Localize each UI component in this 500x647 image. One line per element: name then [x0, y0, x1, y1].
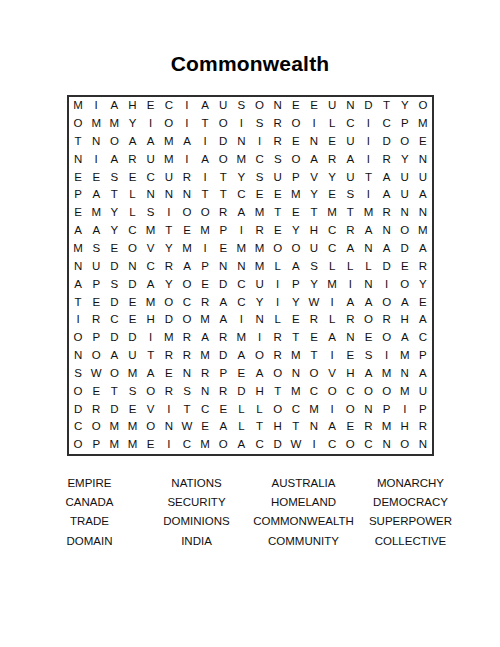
- grid-cell[interactable]: O: [123, 240, 141, 258]
- grid-cell[interactable]: U: [414, 168, 432, 186]
- grid-cell[interactable]: C: [178, 293, 196, 311]
- grid-cell[interactable]: C: [178, 436, 196, 454]
- grid-cell[interactable]: H: [341, 365, 359, 383]
- grid-cell[interactable]: A: [105, 347, 123, 365]
- grid-cell[interactable]: D: [214, 133, 232, 151]
- grid-cell[interactable]: N: [414, 436, 432, 454]
- grid-cell[interactable]: O: [378, 383, 396, 401]
- grid-cell[interactable]: A: [414, 365, 432, 383]
- grid-cell[interactable]: L: [323, 115, 341, 133]
- grid-cell[interactable]: I: [323, 293, 341, 311]
- grid-cell[interactable]: A: [142, 133, 160, 151]
- grid-cell[interactable]: N: [69, 347, 87, 365]
- grid-cell[interactable]: R: [160, 347, 178, 365]
- grid-cell[interactable]: A: [178, 258, 196, 276]
- grid-cell[interactable]: M: [160, 329, 178, 347]
- grid-cell[interactable]: C: [123, 222, 141, 240]
- grid-cell[interactable]: M: [87, 115, 105, 133]
- grid-cell[interactable]: N: [178, 186, 196, 204]
- grid-cell[interactable]: V: [305, 168, 323, 186]
- grid-cell[interactable]: U: [269, 168, 287, 186]
- grid-cell[interactable]: O: [69, 436, 87, 454]
- grid-cell[interactable]: I: [378, 347, 396, 365]
- grid-cell[interactable]: N: [359, 240, 377, 258]
- grid-cell[interactable]: O: [305, 365, 323, 383]
- grid-cell[interactable]: D: [123, 276, 141, 294]
- grid-cell[interactable]: N: [396, 365, 414, 383]
- grid-cell[interactable]: M: [196, 311, 214, 329]
- grid-cell[interactable]: H: [269, 418, 287, 436]
- grid-cell[interactable]: I: [178, 97, 196, 115]
- grid-cell[interactable]: T: [305, 347, 323, 365]
- grid-cell[interactable]: T: [359, 168, 377, 186]
- grid-cell[interactable]: A: [341, 293, 359, 311]
- grid-cell[interactable]: D: [105, 400, 123, 418]
- grid-cell[interactable]: O: [105, 133, 123, 151]
- grid-cell[interactable]: N: [414, 204, 432, 222]
- grid-cell[interactable]: A: [378, 168, 396, 186]
- grid-cell[interactable]: O: [160, 293, 178, 311]
- grid-cell[interactable]: O: [414, 97, 432, 115]
- grid-cell[interactable]: E: [160, 365, 178, 383]
- grid-cell[interactable]: I: [359, 151, 377, 169]
- grid-cell[interactable]: D: [269, 436, 287, 454]
- grid-cell[interactable]: E: [305, 97, 323, 115]
- grid-cell[interactable]: R: [378, 151, 396, 169]
- grid-cell[interactable]: M: [414, 222, 432, 240]
- grid-cell[interactable]: T: [341, 204, 359, 222]
- grid-cell[interactable]: O: [287, 151, 305, 169]
- grid-cell[interactable]: I: [269, 293, 287, 311]
- grid-cell[interactable]: U: [396, 186, 414, 204]
- grid-cell[interactable]: O: [250, 97, 268, 115]
- grid-cell[interactable]: M: [123, 436, 141, 454]
- grid-cell[interactable]: C: [142, 258, 160, 276]
- grid-cell[interactable]: U: [396, 168, 414, 186]
- grid-cell[interactable]: I: [160, 204, 178, 222]
- grid-cell[interactable]: M: [250, 204, 268, 222]
- grid-cell[interactable]: D: [105, 258, 123, 276]
- grid-cell[interactable]: T: [69, 293, 87, 311]
- grid-cell[interactable]: N: [214, 258, 232, 276]
- grid-cell[interactable]: R: [414, 258, 432, 276]
- grid-cell[interactable]: A: [105, 151, 123, 169]
- grid-cell[interactable]: E: [414, 133, 432, 151]
- grid-cell[interactable]: O: [178, 276, 196, 294]
- grid-cell[interactable]: O: [69, 115, 87, 133]
- grid-cell[interactable]: O: [287, 115, 305, 133]
- grid-cell[interactable]: O: [396, 276, 414, 294]
- grid-cell[interactable]: M: [359, 204, 377, 222]
- grid-cell[interactable]: O: [269, 400, 287, 418]
- grid-cell[interactable]: N: [196, 383, 214, 401]
- grid-cell[interactable]: O: [378, 293, 396, 311]
- grid-cell[interactable]: E: [287, 133, 305, 151]
- grid-cell[interactable]: N: [160, 186, 178, 204]
- grid-cell[interactable]: C: [414, 329, 432, 347]
- grid-cell[interactable]: N: [69, 151, 87, 169]
- grid-cell[interactable]: N: [232, 258, 250, 276]
- grid-cell[interactable]: E: [269, 186, 287, 204]
- grid-cell[interactable]: A: [232, 347, 250, 365]
- grid-cell[interactable]: L: [341, 258, 359, 276]
- grid-cell[interactable]: R: [196, 293, 214, 311]
- grid-cell[interactable]: A: [123, 133, 141, 151]
- grid-cell[interactable]: M: [378, 365, 396, 383]
- grid-cell[interactable]: T: [69, 133, 87, 151]
- grid-cell[interactable]: M: [414, 115, 432, 133]
- grid-cell[interactable]: I: [359, 186, 377, 204]
- grid-cell[interactable]: L: [323, 258, 341, 276]
- grid-cell[interactable]: R: [250, 222, 268, 240]
- grid-cell[interactable]: E: [123, 311, 141, 329]
- grid-cell[interactable]: P: [287, 276, 305, 294]
- grid-cell[interactable]: E: [214, 240, 232, 258]
- grid-cell[interactable]: Y: [250, 293, 268, 311]
- grid-cell[interactable]: W: [287, 436, 305, 454]
- grid-cell[interactable]: E: [87, 293, 105, 311]
- grid-cell[interactable]: A: [341, 151, 359, 169]
- grid-cell[interactable]: M: [105, 436, 123, 454]
- grid-cell[interactable]: U: [341, 168, 359, 186]
- grid-cell[interactable]: A: [414, 186, 432, 204]
- grid-cell[interactable]: I: [160, 400, 178, 418]
- grid-cell[interactable]: A: [214, 293, 232, 311]
- grid-cell[interactable]: S: [250, 168, 268, 186]
- grid-cell[interactable]: R: [378, 204, 396, 222]
- grid-cell[interactable]: E: [305, 329, 323, 347]
- grid-cell[interactable]: M: [232, 329, 250, 347]
- grid-cell[interactable]: L: [250, 400, 268, 418]
- grid-cell[interactable]: C: [323, 222, 341, 240]
- grid-cell[interactable]: C: [142, 168, 160, 186]
- grid-cell[interactable]: P: [214, 365, 232, 383]
- grid-cell[interactable]: P: [378, 400, 396, 418]
- grid-cell[interactable]: M: [105, 418, 123, 436]
- grid-cell[interactable]: C: [160, 97, 178, 115]
- grid-cell[interactable]: E: [341, 347, 359, 365]
- grid-cell[interactable]: R: [87, 311, 105, 329]
- grid-cell[interactable]: E: [123, 293, 141, 311]
- grid-cell[interactable]: Y: [105, 222, 123, 240]
- grid-cell[interactable]: O: [341, 436, 359, 454]
- grid-cell[interactable]: S: [359, 347, 377, 365]
- grid-cell[interactable]: D: [378, 133, 396, 151]
- grid-cell[interactable]: C: [359, 436, 377, 454]
- grid-cell[interactable]: O: [378, 329, 396, 347]
- grid-cell[interactable]: A: [196, 329, 214, 347]
- grid-cell[interactable]: A: [359, 293, 377, 311]
- grid-cell[interactable]: U: [341, 133, 359, 151]
- grid-cell[interactable]: T: [214, 186, 232, 204]
- grid-cell[interactable]: I: [160, 436, 178, 454]
- grid-cell[interactable]: W: [305, 293, 323, 311]
- grid-cell[interactable]: M: [196, 347, 214, 365]
- grid-cell[interactable]: P: [87, 436, 105, 454]
- grid-cell[interactable]: R: [178, 329, 196, 347]
- grid-cell[interactable]: O: [142, 383, 160, 401]
- grid-cell[interactable]: C: [105, 311, 123, 329]
- grid-cell[interactable]: A: [250, 365, 268, 383]
- grid-cell[interactable]: M: [305, 400, 323, 418]
- grid-cell[interactable]: Y: [305, 186, 323, 204]
- grid-cell[interactable]: M: [396, 383, 414, 401]
- grid-cell[interactable]: S: [269, 151, 287, 169]
- grid-cell[interactable]: N: [305, 133, 323, 151]
- grid-cell[interactable]: A: [287, 258, 305, 276]
- grid-cell[interactable]: O: [396, 436, 414, 454]
- grid-cell[interactable]: R: [269, 133, 287, 151]
- grid-cell[interactable]: N: [414, 151, 432, 169]
- grid-cell[interactable]: M: [323, 204, 341, 222]
- grid-cell[interactable]: L: [232, 400, 250, 418]
- grid-cell[interactable]: T: [214, 168, 232, 186]
- grid-cell[interactable]: M: [196, 436, 214, 454]
- grid-cell[interactable]: U: [123, 347, 141, 365]
- grid-cell[interactable]: C: [232, 276, 250, 294]
- grid-cell[interactable]: O: [196, 204, 214, 222]
- grid-cell[interactable]: S: [305, 258, 323, 276]
- grid-cell[interactable]: N: [87, 133, 105, 151]
- grid-cell[interactable]: O: [69, 383, 87, 401]
- grid-cell[interactable]: T: [160, 222, 178, 240]
- grid-cell[interactable]: L: [232, 418, 250, 436]
- grid-cell[interactable]: S: [250, 115, 268, 133]
- grid-cell[interactable]: D: [232, 383, 250, 401]
- grid-cell[interactable]: R: [214, 383, 232, 401]
- grid-cell[interactable]: O: [214, 436, 232, 454]
- grid-cell[interactable]: E: [196, 418, 214, 436]
- grid-cell[interactable]: O: [160, 115, 178, 133]
- grid-cell[interactable]: V: [142, 400, 160, 418]
- grid-cell[interactable]: H: [123, 97, 141, 115]
- grid-cell[interactable]: I: [178, 115, 196, 133]
- grid-cell[interactable]: Y: [323, 168, 341, 186]
- grid-cell[interactable]: E: [323, 186, 341, 204]
- grid-cell[interactable]: O: [87, 418, 105, 436]
- grid-cell[interactable]: M: [232, 240, 250, 258]
- grid-cell[interactable]: M: [287, 186, 305, 204]
- grid-cell[interactable]: O: [250, 347, 268, 365]
- grid-cell[interactable]: C: [232, 293, 250, 311]
- grid-cell[interactable]: M: [250, 240, 268, 258]
- grid-cell[interactable]: C: [287, 400, 305, 418]
- grid-cell[interactable]: R: [214, 329, 232, 347]
- grid-cell[interactable]: N: [232, 133, 250, 151]
- grid-cell[interactable]: O: [142, 418, 160, 436]
- grid-cell[interactable]: I: [396, 400, 414, 418]
- grid-cell[interactable]: S: [178, 383, 196, 401]
- grid-cell[interactable]: I: [269, 276, 287, 294]
- grid-cell[interactable]: A: [69, 222, 87, 240]
- grid-cell[interactable]: T: [105, 186, 123, 204]
- grid-cell[interactable]: O: [341, 400, 359, 418]
- grid-cell[interactable]: D: [378, 258, 396, 276]
- grid-cell[interactable]: R: [214, 204, 232, 222]
- grid-cell[interactable]: E: [69, 168, 87, 186]
- grid-cell[interactable]: T: [178, 400, 196, 418]
- grid-cell[interactable]: R: [87, 400, 105, 418]
- grid-cell[interactable]: L: [269, 311, 287, 329]
- grid-cell[interactable]: O: [269, 240, 287, 258]
- grid-cell[interactable]: T: [105, 383, 123, 401]
- grid-cell[interactable]: S: [105, 168, 123, 186]
- grid-cell[interactable]: Y: [160, 240, 178, 258]
- grid-cell[interactable]: D: [359, 97, 377, 115]
- grid-cell[interactable]: C: [69, 418, 87, 436]
- grid-cell[interactable]: O: [69, 329, 87, 347]
- grid-cell[interactable]: P: [414, 347, 432, 365]
- grid-cell[interactable]: I: [142, 329, 160, 347]
- grid-cell[interactable]: Y: [396, 151, 414, 169]
- grid-cell[interactable]: I: [378, 276, 396, 294]
- grid-cell[interactable]: U: [214, 97, 232, 115]
- grid-cell[interactable]: S: [87, 240, 105, 258]
- grid-cell[interactable]: O: [178, 204, 196, 222]
- grid-cell[interactable]: P: [87, 329, 105, 347]
- grid-cell[interactable]: Y: [287, 222, 305, 240]
- grid-cell[interactable]: P: [196, 258, 214, 276]
- grid-cell[interactable]: A: [232, 436, 250, 454]
- grid-cell[interactable]: C: [323, 240, 341, 258]
- grid-cell[interactable]: I: [323, 347, 341, 365]
- grid-cell[interactable]: A: [359, 222, 377, 240]
- grid-cell[interactable]: R: [305, 311, 323, 329]
- grid-cell[interactable]: O: [359, 311, 377, 329]
- grid-cell[interactable]: E: [69, 204, 87, 222]
- grid-cell[interactable]: N: [305, 418, 323, 436]
- grid-cell[interactable]: A: [414, 311, 432, 329]
- grid-cell[interactable]: A: [142, 365, 160, 383]
- grid-cell[interactable]: N: [378, 222, 396, 240]
- grid-cell[interactable]: E: [87, 168, 105, 186]
- grid-cell[interactable]: R: [269, 115, 287, 133]
- grid-cell[interactable]: M: [69, 240, 87, 258]
- grid-cell[interactable]: A: [105, 97, 123, 115]
- grid-cell[interactable]: I: [250, 329, 268, 347]
- grid-cell[interactable]: O: [178, 311, 196, 329]
- grid-cell[interactable]: D: [123, 329, 141, 347]
- grid-cell[interactable]: E: [269, 222, 287, 240]
- grid-cell[interactable]: A: [396, 293, 414, 311]
- grid-cell[interactable]: Y: [287, 293, 305, 311]
- grid-cell[interactable]: C: [323, 436, 341, 454]
- grid-cell[interactable]: A: [142, 276, 160, 294]
- grid-cell[interactable]: A: [396, 329, 414, 347]
- grid-cell[interactable]: O: [287, 240, 305, 258]
- grid-cell[interactable]: E: [359, 329, 377, 347]
- grid-cell[interactable]: E: [214, 400, 232, 418]
- grid-cell[interactable]: Y: [105, 204, 123, 222]
- grid-cell[interactable]: R: [414, 418, 432, 436]
- grid-cell[interactable]: M: [287, 347, 305, 365]
- grid-cell[interactable]: E: [396, 258, 414, 276]
- grid-cell[interactable]: D: [105, 293, 123, 311]
- grid-cell[interactable]: M: [232, 151, 250, 169]
- grid-cell[interactable]: W: [178, 418, 196, 436]
- grid-cell[interactable]: E: [323, 133, 341, 151]
- grid-cell[interactable]: M: [69, 97, 87, 115]
- grid-cell[interactable]: E: [196, 276, 214, 294]
- grid-cell[interactable]: R: [178, 168, 196, 186]
- grid-cell[interactable]: T: [287, 418, 305, 436]
- grid-cell[interactable]: N: [123, 258, 141, 276]
- grid-cell[interactable]: N: [250, 311, 268, 329]
- grid-cell[interactable]: R: [178, 347, 196, 365]
- grid-cell[interactable]: M: [287, 383, 305, 401]
- grid-cell[interactable]: M: [105, 115, 123, 133]
- grid-cell[interactable]: R: [323, 151, 341, 169]
- grid-cell[interactable]: N: [178, 365, 196, 383]
- grid-cell[interactable]: S: [123, 383, 141, 401]
- grid-cell[interactable]: C: [378, 115, 396, 133]
- grid-cell[interactable]: S: [341, 186, 359, 204]
- grid-cell[interactable]: I: [359, 115, 377, 133]
- grid-cell[interactable]: I: [305, 115, 323, 133]
- grid-cell[interactable]: N: [287, 365, 305, 383]
- grid-cell[interactable]: R: [269, 347, 287, 365]
- grid-cell[interactable]: A: [87, 222, 105, 240]
- grid-cell[interactable]: E: [287, 204, 305, 222]
- grid-cell[interactable]: O: [214, 115, 232, 133]
- grid-cell[interactable]: N: [359, 276, 377, 294]
- grid-cell[interactable]: Y: [232, 168, 250, 186]
- grid-cell[interactable]: A: [323, 418, 341, 436]
- grid-cell[interactable]: A: [305, 151, 323, 169]
- grid-cell[interactable]: D: [214, 347, 232, 365]
- grid-cell[interactable]: A: [341, 240, 359, 258]
- grid-cell[interactable]: M: [323, 276, 341, 294]
- grid-cell[interactable]: U: [160, 168, 178, 186]
- grid-cell[interactable]: I: [142, 115, 160, 133]
- grid-cell[interactable]: W: [87, 365, 105, 383]
- grid-cell[interactable]: V: [323, 365, 341, 383]
- grid-cell[interactable]: I: [232, 115, 250, 133]
- grid-cell[interactable]: C: [196, 400, 214, 418]
- grid-cell[interactable]: O: [105, 365, 123, 383]
- grid-cell[interactable]: A: [323, 329, 341, 347]
- grid-cell[interactable]: C: [305, 383, 323, 401]
- grid-cell[interactable]: I: [305, 436, 323, 454]
- grid-cell[interactable]: R: [160, 258, 178, 276]
- grid-cell[interactable]: C: [341, 383, 359, 401]
- grid-cell[interactable]: D: [105, 329, 123, 347]
- grid-cell[interactable]: O: [359, 383, 377, 401]
- grid-cell[interactable]: S: [69, 365, 87, 383]
- grid-cell[interactable]: I: [250, 133, 268, 151]
- grid-cell[interactable]: C: [250, 436, 268, 454]
- grid-cell[interactable]: D: [214, 276, 232, 294]
- grid-cell[interactable]: H: [396, 418, 414, 436]
- grid-cell[interactable]: R: [269, 329, 287, 347]
- grid-cell[interactable]: U: [87, 258, 105, 276]
- grid-cell[interactable]: L: [123, 204, 141, 222]
- grid-cell[interactable]: I: [232, 222, 250, 240]
- grid-cell[interactable]: N: [359, 400, 377, 418]
- grid-cell[interactable]: P: [214, 222, 232, 240]
- grid-cell[interactable]: R: [341, 311, 359, 329]
- grid-cell[interactable]: M: [196, 222, 214, 240]
- grid-cell[interactable]: R: [196, 365, 214, 383]
- grid-cell[interactable]: C: [232, 186, 250, 204]
- grid-cell[interactable]: I: [196, 168, 214, 186]
- grid-cell[interactable]: D: [69, 400, 87, 418]
- grid-cell[interactable]: U: [414, 383, 432, 401]
- grid-cell[interactable]: D: [160, 311, 178, 329]
- grid-cell[interactable]: E: [178, 222, 196, 240]
- grid-cell[interactable]: M: [123, 418, 141, 436]
- grid-cell[interactable]: T: [305, 204, 323, 222]
